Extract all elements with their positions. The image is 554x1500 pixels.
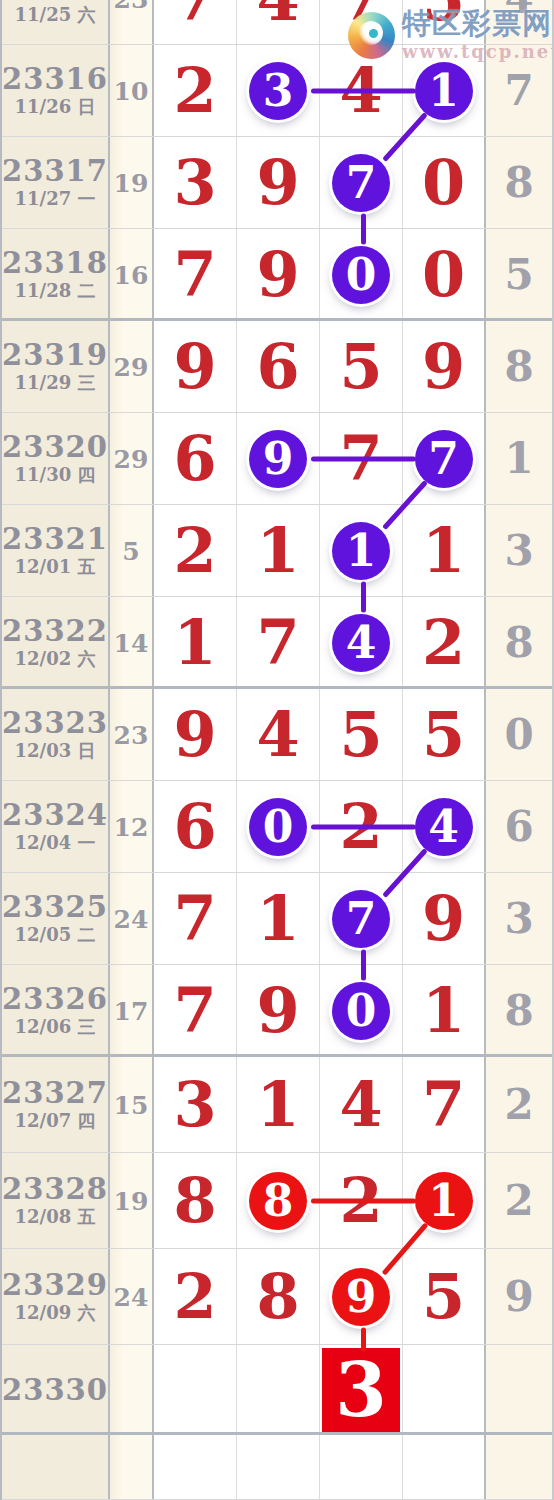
digit-cell: 0 (403, 137, 486, 229)
digit-cell: 5 (320, 689, 403, 781)
digit: 2 (422, 612, 465, 674)
sum-value: 23 (114, 0, 149, 14)
sum-cell: 10 (110, 45, 154, 137)
period-cell: 2332812/08 五 (2, 1153, 110, 1249)
digit: 1 (256, 520, 299, 582)
period-number: 23330 (2, 1375, 108, 1405)
digit: 7 (339, 428, 382, 490)
draw-date: 12/01 五 (15, 556, 96, 578)
circled-digit: 8 (249, 1172, 307, 1230)
digit-cell: 0 (320, 229, 403, 321)
digit-cell: 1 (154, 597, 237, 689)
tail-cell: 8 (486, 321, 552, 413)
digit: 1 (422, 520, 465, 582)
tail-cell: 3 (486, 873, 552, 965)
tail-digit: 7 (504, 70, 533, 112)
digit: 7 (422, 1074, 465, 1136)
row-23317: 2331711/27 一1939708 (2, 137, 552, 229)
digit-cell: 5 (403, 1249, 486, 1345)
sum-cell: 16 (110, 229, 154, 321)
draw-date: 12/09 六 (15, 1302, 96, 1324)
draw-date: 12/08 五 (15, 1206, 96, 1228)
period-number: 23324 (2, 800, 108, 830)
digit-cell (154, 1345, 237, 1435)
sum-cell: 24 (110, 873, 154, 965)
digit: 5 (422, 0, 465, 30)
sum-value: 23 (114, 721, 149, 750)
row-23322: 2332212/02 六1417428 (2, 597, 552, 689)
digit-cell: 1 (237, 873, 320, 965)
digit-cell: 7 (237, 597, 320, 689)
row-23329: 2332912/09 六2428959 (2, 1249, 552, 1345)
digit-cell: 8 (154, 1153, 237, 1249)
digit-cell: 4 (320, 597, 403, 689)
digit-cell: 7 (154, 0, 237, 45)
sum-value: 15 (114, 1091, 149, 1120)
digit-cell: 2 (154, 45, 237, 137)
digit: 6 (173, 428, 216, 490)
digit-cell: 7 (320, 873, 403, 965)
digit-cell: 1 (237, 505, 320, 597)
circled-digit: 3 (249, 62, 307, 120)
period-number: 23318 (2, 248, 108, 278)
digit-cell (320, 1435, 403, 1500)
period-cell: 2332011/30 四 (2, 413, 110, 505)
digit: 9 (256, 244, 299, 306)
digit: 9 (256, 152, 299, 214)
digit: 7 (339, 0, 382, 30)
tail-cell: 8 (486, 137, 552, 229)
tail-digit: 2 (504, 1180, 533, 1222)
digit-cell: 9 (237, 229, 320, 321)
period-cell: 2331611/26 日 (2, 45, 110, 137)
digit: 0 (422, 244, 465, 306)
digit-cell: 2 (320, 781, 403, 873)
row-23318: 2331811/28 二1679005 (2, 229, 552, 321)
digit: 7 (173, 888, 216, 950)
digit-cell: 6 (154, 413, 237, 505)
period-cell: 2331811/28 二 (2, 229, 110, 321)
digit: 9 (173, 704, 216, 766)
sum-value: 16 (114, 261, 149, 290)
digit: 5 (422, 1266, 465, 1328)
period-number: 23317 (2, 156, 108, 186)
digit-cell: 9 (320, 1249, 403, 1345)
tail-digit: 4 (504, 0, 533, 20)
draw-date: 11/28 二 (15, 280, 96, 302)
period-cell: 2332312/03 日 (2, 689, 110, 781)
circled-digit: 4 (415, 798, 473, 856)
digit: 4 (256, 0, 299, 30)
period-number: 23325 (2, 892, 108, 922)
prediction-square: 3 (322, 1348, 400, 1432)
period-number: 23328 (2, 1174, 108, 1204)
tail-cell: 3 (486, 505, 552, 597)
digit: 9 (256, 980, 299, 1042)
circled-digit: 0 (332, 246, 390, 304)
digit-cell: 2 (320, 1153, 403, 1249)
digit: 1 (256, 888, 299, 950)
digit-cell: 1 (403, 965, 486, 1057)
digit-cell: 3 (154, 1057, 237, 1153)
digit-cell: 3 (237, 45, 320, 137)
row-23320: 2332011/30 四2969771 (2, 413, 552, 505)
circled-digit: 0 (249, 798, 307, 856)
period-cell: 2332912/09 六 (2, 1249, 110, 1345)
digit-cell: 9 (237, 965, 320, 1057)
digit: 7 (256, 612, 299, 674)
period-cell: 2332712/07 四 (2, 1057, 110, 1153)
digit: 2 (339, 1170, 382, 1232)
draw-date: 12/05 二 (15, 924, 96, 946)
draw-date: 12/06 三 (15, 1016, 96, 1038)
draw-date: 11/30 四 (15, 464, 96, 486)
digit: 2 (339, 796, 382, 858)
row-empty-16 (2, 1435, 552, 1500)
digit-cell: 1 (403, 1153, 486, 1249)
digit-cell: 6 (237, 321, 320, 413)
period-number: 23315 (2, 0, 108, 2)
digit: 7 (173, 244, 216, 306)
digit-cell: 1 (403, 45, 486, 137)
row-23330: 233303 (2, 1345, 552, 1435)
digit-cell: 4 (320, 1057, 403, 1153)
sum-cell: 23 (110, 689, 154, 781)
tail-cell: 5 (486, 229, 552, 321)
digit: 9 (422, 888, 465, 950)
digit-cell: 6 (154, 781, 237, 873)
tail-cell: 8 (486, 965, 552, 1057)
period-cell: 2331911/29 三 (2, 321, 110, 413)
digit-cell: 4 (237, 689, 320, 781)
digit-cell: 4 (403, 781, 486, 873)
period-number: 23323 (2, 708, 108, 738)
sum-cell: 24 (110, 1249, 154, 1345)
sum-value: 19 (114, 169, 149, 198)
tail-digit: 8 (504, 346, 533, 388)
sum-value: 14 (114, 629, 149, 658)
draw-date: 12/04 一 (15, 832, 96, 854)
period-cell: 2331511/25 六 (2, 0, 110, 45)
sum-value: 5 (122, 537, 139, 566)
tail-digit: 9 (504, 1276, 533, 1318)
chart-rows: 2331511/25 六23747542331611/26 日102341723… (2, 0, 552, 1500)
digit: 1 (422, 980, 465, 1042)
period-number: 23322 (2, 616, 108, 646)
sum-value: 12 (114, 813, 149, 842)
circled-digit: 9 (249, 430, 307, 488)
digit: 5 (422, 704, 465, 766)
digit: 6 (173, 796, 216, 858)
tail-digit: 8 (504, 622, 533, 664)
digit: 7 (173, 980, 216, 1042)
circled-digit: 9 (332, 1268, 390, 1326)
tail-cell: 6 (486, 781, 552, 873)
period-number: 23327 (2, 1078, 108, 1108)
sum-cell: 29 (110, 321, 154, 413)
tail-cell: 4 (486, 0, 552, 45)
tail-cell: 2 (486, 1057, 552, 1153)
sum-cell: 14 (110, 597, 154, 689)
digit-cell: 2 (154, 505, 237, 597)
digit: 1 (256, 1074, 299, 1136)
row-23325: 2332512/05 二2471793 (2, 873, 552, 965)
sum-cell: 17 (110, 965, 154, 1057)
tail-digit: 8 (504, 990, 533, 1032)
sum-value: 24 (114, 905, 149, 934)
lottery-trend-chart: 2331511/25 六23747542331611/26 日102341723… (0, 0, 554, 1500)
digit: 1 (173, 612, 216, 674)
digit: 5 (339, 336, 382, 398)
circled-digit: 0 (332, 982, 390, 1040)
draw-date: 11/26 日 (15, 96, 96, 118)
digit-cell: 2 (154, 1249, 237, 1345)
sum-cell (110, 1435, 154, 1500)
digit-cell: 3 (320, 1345, 403, 1435)
row-23319: 2331911/29 三2996598 (2, 321, 552, 413)
period-cell: 2332212/02 六 (2, 597, 110, 689)
circled-digit: 4 (332, 614, 390, 672)
sum-cell: 19 (110, 137, 154, 229)
tail-digit: 0 (504, 714, 533, 756)
sum-value: 29 (114, 445, 149, 474)
tail-cell: 2 (486, 1153, 552, 1249)
sum-cell: 19 (110, 1153, 154, 1249)
tail-digit: 8 (504, 162, 533, 204)
tail-digit: 3 (504, 530, 533, 572)
draw-date: 12/07 四 (15, 1110, 96, 1132)
sum-value: 17 (114, 997, 149, 1026)
digit-cell: 1 (237, 1057, 320, 1153)
digit: 4 (256, 704, 299, 766)
digit-cell: 2 (403, 597, 486, 689)
row-23327: 2332712/07 四1531472 (2, 1057, 552, 1153)
digit-cell: 4 (320, 45, 403, 137)
period-cell: 2332512/05 二 (2, 873, 110, 965)
draw-date: 11/25 六 (15, 4, 96, 26)
digit-cell: 5 (403, 689, 486, 781)
digit-cell: 9 (403, 321, 486, 413)
circled-digit: 1 (415, 1172, 473, 1230)
row-23328: 2332812/08 五1988212 (2, 1153, 552, 1249)
period-number: 23319 (2, 340, 108, 370)
digit-cell: 7 (154, 965, 237, 1057)
digit-cell: 7 (320, 413, 403, 505)
tail-digit: 6 (504, 806, 533, 848)
digit: 2 (173, 60, 216, 122)
sum-value: 24 (114, 1283, 149, 1312)
draw-date: 12/03 日 (15, 740, 96, 762)
period-cell: 2332412/04 一 (2, 781, 110, 873)
digit-cell: 7 (403, 413, 486, 505)
digit-cell: 9 (237, 137, 320, 229)
tail-digit: 2 (504, 1084, 533, 1126)
sum-cell: 23 (110, 0, 154, 45)
sum-value: 29 (114, 353, 149, 382)
digit: 5 (339, 704, 382, 766)
row-23323: 2332312/03 日2394550 (2, 689, 552, 781)
row-23324: 2332412/04 一1260246 (2, 781, 552, 873)
digit-cell: 4 (237, 0, 320, 45)
row-23321: 2332112/01 五521113 (2, 505, 552, 597)
digit: 0 (422, 152, 465, 214)
digit: 2 (173, 1266, 216, 1328)
digit-cell: 9 (403, 873, 486, 965)
digit-cell: 1 (320, 505, 403, 597)
tail-digit: 3 (504, 898, 533, 940)
digit: 3 (173, 1074, 216, 1136)
digit-cell: 0 (320, 965, 403, 1057)
period-number: 23329 (2, 1270, 108, 1300)
circled-digit: 1 (332, 522, 390, 580)
digit: 8 (256, 1266, 299, 1328)
digit-cell: 5 (320, 321, 403, 413)
tail-cell (486, 1435, 552, 1500)
period-cell: 2332112/01 五 (2, 505, 110, 597)
period-number: 23321 (2, 524, 108, 554)
draw-date: 11/27 一 (15, 188, 96, 210)
sum-cell: 5 (110, 505, 154, 597)
sum-cell: 29 (110, 413, 154, 505)
digit-cell: 9 (154, 321, 237, 413)
tail-cell: 9 (486, 1249, 552, 1345)
digit-cell: 7 (154, 229, 237, 321)
tail-cell: 0 (486, 689, 552, 781)
period-number: 23316 (2, 64, 108, 94)
digit-cell: 7 (403, 1057, 486, 1153)
period-cell: 23330 (2, 1345, 110, 1435)
digit-cell: 8 (237, 1153, 320, 1249)
tail-cell: 8 (486, 597, 552, 689)
digit-cell: 5 (403, 0, 486, 45)
period-cell: 2331711/27 一 (2, 137, 110, 229)
sum-cell: 15 (110, 1057, 154, 1153)
digit: 8 (173, 1170, 216, 1232)
sum-value: 10 (114, 77, 149, 106)
digit-cell (154, 1435, 237, 1500)
sum-cell: 12 (110, 781, 154, 873)
tail-cell (486, 1345, 552, 1435)
digit: 9 (173, 336, 216, 398)
digit-cell: 7 (320, 0, 403, 45)
digit: 6 (256, 336, 299, 398)
digit-cell: 8 (237, 1249, 320, 1345)
circled-digit: 7 (415, 430, 473, 488)
digit-cell (403, 1345, 486, 1435)
digit-cell: 9 (154, 689, 237, 781)
tail-digit: 1 (504, 438, 533, 480)
digit-cell (237, 1435, 320, 1500)
sum-cell (110, 1345, 154, 1435)
digit-cell: 1 (403, 505, 486, 597)
period-cell: 2332612/06 三 (2, 965, 110, 1057)
circled-digit: 7 (332, 890, 390, 948)
digit-cell: 0 (237, 781, 320, 873)
digit-cell: 0 (403, 229, 486, 321)
digit-cell (237, 1345, 320, 1435)
digit: 4 (339, 1074, 382, 1136)
digit: 2 (173, 520, 216, 582)
digit: 4 (339, 60, 382, 122)
period-number: 23320 (2, 432, 108, 462)
tail-digit: 5 (504, 254, 533, 296)
digit-cell: 3 (154, 137, 237, 229)
digit-cell: 7 (154, 873, 237, 965)
row-23326: 2332612/06 三1779018 (2, 965, 552, 1057)
period-number: 23326 (2, 984, 108, 1014)
circled-digit: 1 (415, 62, 473, 120)
digit-cell: 9 (237, 413, 320, 505)
tail-cell: 1 (486, 413, 552, 505)
circled-digit: 7 (332, 154, 390, 212)
draw-date: 11/29 三 (15, 372, 96, 394)
digit: 9 (422, 336, 465, 398)
draw-date: 12/02 六 (15, 648, 96, 670)
digit: 7 (173, 0, 216, 30)
sum-value: 19 (114, 1187, 149, 1216)
digit-cell: 7 (320, 137, 403, 229)
digit: 3 (173, 152, 216, 214)
period-cell (2, 1435, 110, 1500)
digit-cell (403, 1435, 486, 1500)
row-23316: 2331611/26 日1023417 (2, 45, 552, 137)
row-23315: 2331511/25 六2374754 (2, 0, 552, 45)
tail-cell: 7 (486, 45, 552, 137)
